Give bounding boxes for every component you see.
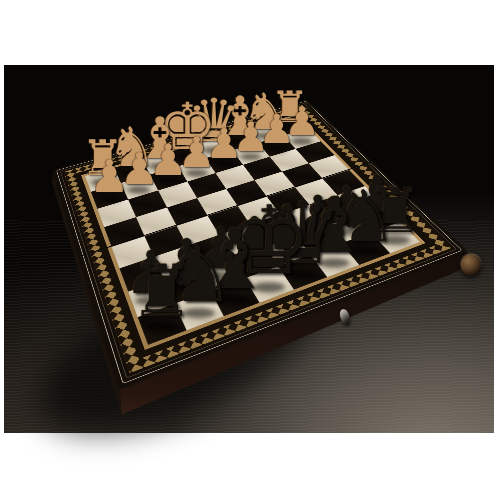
corner-clasp bbox=[461, 255, 482, 276]
product-photo: ♜♞♝♛♚♝♞♜♟♟♟♟♟♟♟♟♟♟♟♟♟♟♟♟♜♞♝♛♚♝♞♜ bbox=[0, 0, 500, 500]
